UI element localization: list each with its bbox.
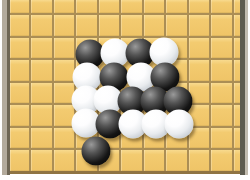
board-tile[interactable] <box>99 15 120 36</box>
board-tile[interactable] <box>211 150 232 171</box>
board-tile[interactable] <box>76 38 97 59</box>
board-tile[interactable] <box>189 105 210 126</box>
board-tile[interactable] <box>211 105 232 126</box>
board-tile[interactable] <box>121 83 142 104</box>
board-tile[interactable] <box>31 38 52 59</box>
board-tile[interactable] <box>121 60 142 81</box>
board-tile[interactable] <box>76 15 97 36</box>
board-tile[interactable] <box>166 105 187 126</box>
board-tile[interactable] <box>144 150 165 171</box>
board-tile[interactable] <box>189 0 210 13</box>
board-tile[interactable] <box>166 150 187 171</box>
board-tile[interactable] <box>189 60 210 81</box>
board-tile[interactable] <box>54 15 75 36</box>
board-tile[interactable] <box>54 128 75 149</box>
board-tile[interactable] <box>189 128 210 149</box>
board-tile[interactable] <box>144 38 165 59</box>
board-tile[interactable] <box>76 150 97 171</box>
board-tile[interactable] <box>76 83 97 104</box>
board-tile[interactable] <box>211 83 232 104</box>
board-tile[interactable] <box>211 38 232 59</box>
board-tile[interactable] <box>76 0 97 13</box>
board-tile[interactable] <box>189 15 210 36</box>
board-tile[interactable] <box>121 150 142 171</box>
board-tile[interactable] <box>144 105 165 126</box>
board-tile[interactable] <box>99 128 120 149</box>
board-tile[interactable] <box>166 60 187 81</box>
board-tile[interactable] <box>31 0 52 13</box>
board-tile[interactable] <box>211 60 232 81</box>
board-tile[interactable] <box>54 60 75 81</box>
board-tile[interactable] <box>31 83 52 104</box>
board-tile[interactable] <box>76 105 97 126</box>
board-tile[interactable] <box>10 60 29 81</box>
gomoku-board-screenshot <box>0 0 250 180</box>
board-tile[interactable] <box>189 150 210 171</box>
board-tile[interactable] <box>10 15 29 36</box>
board-tile[interactable] <box>144 60 165 81</box>
board-tile[interactable] <box>121 128 142 149</box>
board-tile[interactable] <box>144 128 165 149</box>
board-tile[interactable] <box>189 38 210 59</box>
board-tile[interactable] <box>10 128 29 149</box>
board-tile[interactable] <box>144 83 165 104</box>
board-frame-right-outer <box>245 0 248 175</box>
board-tile[interactable] <box>211 0 232 13</box>
board-tile[interactable] <box>121 0 142 13</box>
board-tile[interactable] <box>99 150 120 171</box>
board-tile[interactable] <box>10 38 29 59</box>
board-tile[interactable] <box>10 83 29 104</box>
board-tile[interactable] <box>166 83 187 104</box>
board-tile[interactable] <box>31 60 52 81</box>
board-tile[interactable] <box>31 128 52 149</box>
board-tile[interactable] <box>31 15 52 36</box>
board-tile[interactable] <box>211 15 232 36</box>
board-tile[interactable] <box>76 60 97 81</box>
board-tile[interactable] <box>54 0 75 13</box>
board-tile[interactable] <box>166 0 187 13</box>
board-tile[interactable] <box>10 150 29 171</box>
board-tile[interactable] <box>31 105 52 126</box>
board-tile[interactable] <box>54 83 75 104</box>
board-tile[interactable] <box>31 150 52 171</box>
board-tile[interactable] <box>99 105 120 126</box>
board-tile[interactable] <box>166 15 187 36</box>
board-tile[interactable] <box>54 38 75 59</box>
gomoku-board <box>10 0 240 174</box>
board-tile[interactable] <box>99 83 120 104</box>
board-tile[interactable] <box>166 38 187 59</box>
board-tile[interactable] <box>99 38 120 59</box>
board-tile[interactable] <box>121 15 142 36</box>
board-tile[interactable] <box>121 105 142 126</box>
board-tile[interactable] <box>166 128 187 149</box>
board-tile[interactable] <box>54 150 75 171</box>
board-tile[interactable] <box>189 83 210 104</box>
board-tile[interactable] <box>99 60 120 81</box>
board-tile[interactable] <box>54 105 75 126</box>
board-tile[interactable] <box>144 0 165 13</box>
board-tile[interactable] <box>10 105 29 126</box>
board-tile[interactable] <box>10 0 29 13</box>
board-tile[interactable] <box>99 0 120 13</box>
board-tile[interactable] <box>211 128 232 149</box>
board-tile[interactable] <box>144 15 165 36</box>
board-tile[interactable] <box>121 38 142 59</box>
board-tile[interactable] <box>76 128 97 149</box>
